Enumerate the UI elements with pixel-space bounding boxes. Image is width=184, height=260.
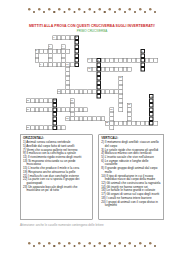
decorative-dot [68,8,71,11]
clue-item: 8) Il grande gruppo degli animali dal co… [101,166,161,173]
decorative-dot [28,242,31,245]
crossword-cell[interactable] [127,67,131,72]
crossword-cell[interactable] [83,108,87,113]
decorative-dot [78,8,81,11]
decorative-dot [149,242,152,245]
clue-number: 15 [27,99,29,102]
decorative-dot [98,8,101,11]
decorative-dot [139,8,142,11]
clue-number: 17 [71,99,73,102]
decorative-dot [104,245,106,247]
page-title: METTITI ALLA PROVA CON QUESTI CRUCIVERBA… [0,24,184,28]
clue-number: 14 [150,95,152,98]
crossword-cell[interactable] [61,126,65,131]
decorative-dot [38,242,41,245]
crossword-cell[interactable] [118,108,122,113]
clue-item: 22) La parte con cui si sposta il gruppo… [23,178,89,185]
clue-item: 20) I gruppi di animali con il corpo div… [101,200,161,207]
clue-number: 2 [76,36,77,39]
clue-number: 22 [106,121,108,124]
decorative-dot [48,242,51,245]
clue-number: 8 [98,59,99,62]
worksheet-page: METTITI ALLA PROVA CON QUESTI CRUCIVERBA… [0,0,184,260]
clue-number: 11 [88,67,90,70]
decorative-dot [119,8,122,11]
clue-number: 23 [27,126,29,129]
decorative-dot [33,11,35,13]
decorative-dot [139,242,142,245]
decorative-border-top [0,0,184,16]
clue-number: 13 [58,90,60,93]
crossword-cell[interactable] [66,49,70,54]
decorative-dot [134,245,136,247]
decorative-dot [63,245,65,247]
decorative-dot [43,11,45,13]
clue-number: 18 [128,103,130,106]
clue-number: 6 [142,50,143,53]
decorative-dot [63,11,65,13]
clue-number: 20 [110,108,112,111]
decorative-dot [33,245,35,247]
decorative-dot [129,242,132,245]
decorative-dot [88,8,91,11]
crossword-cell[interactable] [96,94,100,99]
decorative-dot [83,245,85,247]
down-clue-list: 2) Il metamero degli anellidi: ciascun a… [101,141,161,208]
decorative-dot [28,8,31,11]
clue-number: 3 [49,45,50,48]
clue-number: 10 [66,63,68,66]
decorative-dot [68,242,71,245]
crossword-cell[interactable] [154,58,158,63]
clue-item: 10) Il tipo di riproduzione in cui il nu… [101,174,161,181]
clue-number: 7 [88,58,89,61]
decorative-dot [144,11,146,13]
clue-number: 21 [66,117,68,120]
down-heading: VERTICALI: [101,137,161,140]
decorative-dot [154,11,156,13]
decorative-dot [53,11,55,13]
crossword-cell[interactable] [154,121,158,126]
clue-number: 9 [40,63,41,66]
decorative-dot [53,245,55,247]
clue-number: 5 [36,49,37,52]
crossword-cell[interactable] [110,126,114,131]
clue-section: ORIZZONTALI: 1) Animali senza colonna ve… [20,135,164,220]
decorative-dot [38,8,41,11]
decorative-dot [114,245,116,247]
clue-number: 12 [119,76,121,79]
decorative-dot [43,245,45,247]
clue-number: 16 [54,99,56,102]
decorative-dot [58,8,61,11]
decorative-dot [73,11,75,13]
decorative-dot [94,245,96,247]
decorative-dot [119,242,122,245]
decorative-dot [109,8,112,11]
decorative-border-bottom [0,242,184,250]
crossword-grid: 1234567891011121314151617181920212223 [26,36,158,131]
page-subtitle: PRIMO CRUCIVERBA [0,29,184,32]
across-clues-box: ORIZZONTALI: 1) Animali senza colonna ve… [20,135,92,220]
decorative-dot [88,242,91,245]
clue-number: 19 [27,108,29,111]
crossword-cell[interactable] [140,67,144,72]
decorative-dot [58,242,61,245]
clue-number: 1 [53,36,54,39]
decorative-dot [98,242,101,245]
decorative-dot [154,245,156,247]
decorative-dot [48,8,51,11]
across-clue-list: 1) Animali senza colonna vertebrale5) An… [23,141,89,193]
decorative-dot [73,245,75,247]
clue-item: 6) Le zampe robuste e lunghe delle caval… [101,159,161,166]
decorative-dot [114,11,116,13]
decorative-dot [149,8,152,11]
crossword-cell[interactable] [74,63,78,68]
clue-item: 13) Si muovono strisciando su un piede m… [23,159,89,166]
decorative-dot [124,245,126,247]
decorative-dot [78,242,81,245]
decorative-dot [124,11,126,13]
decorative-dot [83,11,85,13]
down-clues-box: VERTICALI: 2) Il metamero degli anellidi… [98,135,164,220]
decorative-dot [94,11,96,13]
decorative-dot [144,245,146,247]
across-heading: ORIZZONTALI: [23,137,89,140]
clue-number: 4 [62,45,63,48]
decorative-dot [134,11,136,13]
clue-item: 23) Un apparato boccale degli insetti ch… [23,185,89,192]
decorative-dot [129,8,132,11]
clue-item: 2) Il metamero degli anellidi: ciascun a… [101,141,161,148]
decorative-dot [109,242,112,245]
decorative-dot [104,11,106,13]
footnote: Attenzione: anche le caselle numerate co… [20,224,184,227]
